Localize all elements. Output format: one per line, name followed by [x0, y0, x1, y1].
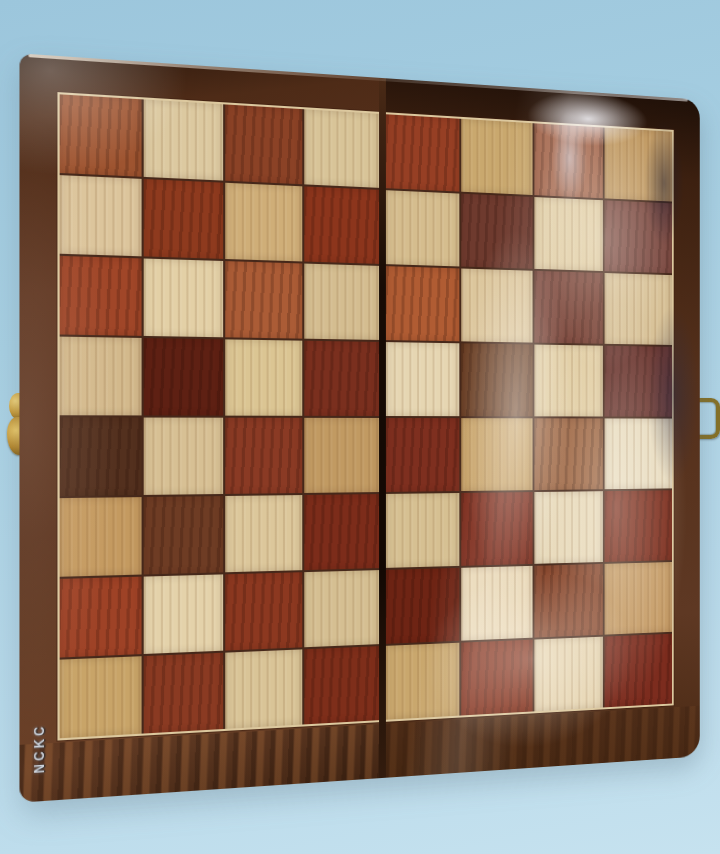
- square-h7[interactable]: [605, 200, 672, 273]
- square-b3[interactable]: [144, 496, 223, 574]
- square-f5[interactable]: [461, 343, 532, 416]
- square-e4[interactable]: [386, 418, 459, 492]
- square-e5[interactable]: [386, 342, 459, 416]
- brand-inlay-logo: NCKC: [32, 723, 48, 774]
- checker-grid-right: [386, 112, 674, 722]
- square-f8[interactable]: [461, 119, 532, 195]
- square-h6[interactable]: [605, 273, 672, 345]
- square-g4[interactable]: [534, 418, 603, 490]
- square-a5[interactable]: [60, 337, 142, 416]
- square-f2[interactable]: [461, 566, 532, 641]
- square-f7[interactable]: [461, 194, 532, 269]
- square-f1[interactable]: [461, 640, 532, 716]
- square-h8[interactable]: [605, 128, 672, 202]
- square-a1[interactable]: [60, 656, 142, 738]
- square-e1[interactable]: [386, 643, 459, 720]
- square-b4[interactable]: [144, 418, 223, 495]
- square-g7[interactable]: [534, 197, 603, 271]
- square-b8[interactable]: [144, 99, 223, 180]
- square-d4[interactable]: [304, 418, 379, 493]
- square-f3[interactable]: [461, 492, 532, 566]
- square-e2[interactable]: [386, 568, 459, 644]
- board-left-leaf: NCKC: [19, 53, 379, 802]
- square-e7[interactable]: [386, 190, 459, 266]
- square-h4[interactable]: [605, 418, 672, 489]
- board-right-leaf: [386, 78, 700, 777]
- square-g8[interactable]: [534, 123, 603, 198]
- square-d6[interactable]: [304, 264, 379, 340]
- board-fold-hinge-gap: [379, 78, 386, 778]
- square-a8[interactable]: [60, 94, 142, 176]
- square-h5[interactable]: [605, 346, 672, 417]
- square-b1[interactable]: [144, 653, 223, 734]
- square-b6[interactable]: [144, 258, 223, 337]
- checker-grid-left: [57, 92, 379, 740]
- square-d3[interactable]: [304, 494, 379, 570]
- square-g2[interactable]: [534, 564, 603, 638]
- square-h3[interactable]: [605, 490, 672, 562]
- square-e6[interactable]: [386, 266, 459, 341]
- square-f4[interactable]: [461, 418, 532, 491]
- square-a4[interactable]: [60, 417, 142, 496]
- photo-background: NCKC: [0, 0, 720, 854]
- square-a3[interactable]: [60, 497, 142, 577]
- square-h1[interactable]: [605, 634, 672, 708]
- square-c5[interactable]: [225, 339, 302, 415]
- square-b5[interactable]: [144, 338, 223, 416]
- square-a2[interactable]: [60, 577, 142, 658]
- square-a6[interactable]: [60, 256, 142, 336]
- square-c8[interactable]: [225, 104, 302, 184]
- square-g3[interactable]: [534, 491, 603, 564]
- square-c3[interactable]: [225, 495, 302, 572]
- square-c1[interactable]: [225, 649, 302, 729]
- square-g5[interactable]: [534, 345, 603, 417]
- square-c7[interactable]: [225, 183, 302, 262]
- chessboard: NCKC: [19, 53, 699, 802]
- square-d7[interactable]: [304, 186, 379, 264]
- square-a7[interactable]: [60, 175, 142, 256]
- square-d5[interactable]: [304, 341, 379, 416]
- square-c4[interactable]: [225, 418, 302, 494]
- square-c2[interactable]: [225, 572, 302, 650]
- square-c6[interactable]: [225, 261, 302, 339]
- square-e8[interactable]: [386, 114, 459, 191]
- square-d8[interactable]: [304, 109, 379, 188]
- square-e3[interactable]: [386, 493, 459, 568]
- square-d1[interactable]: [304, 646, 379, 724]
- square-b2[interactable]: [144, 574, 223, 654]
- square-d2[interactable]: [304, 570, 379, 647]
- square-g1[interactable]: [534, 637, 603, 712]
- square-g6[interactable]: [534, 271, 603, 344]
- square-f6[interactable]: [461, 268, 532, 342]
- square-b7[interactable]: [144, 179, 223, 259]
- square-h2[interactable]: [605, 562, 672, 635]
